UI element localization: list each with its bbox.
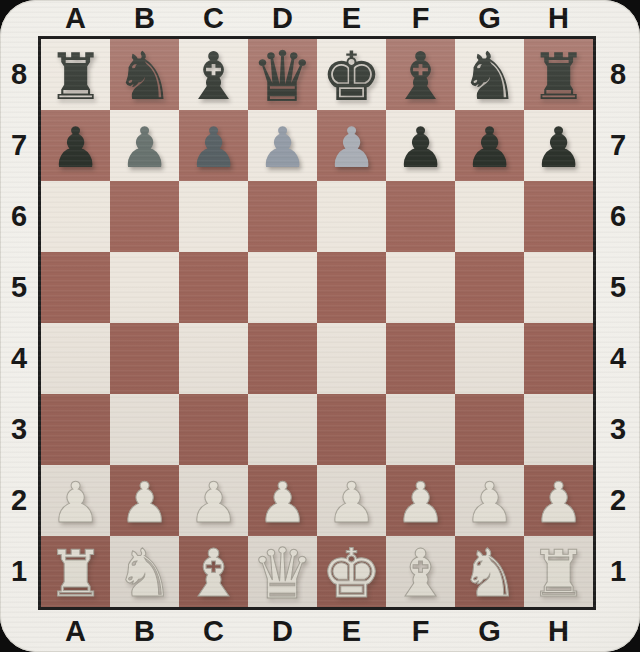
- square-h3[interactable]: [524, 394, 593, 465]
- black-rook-a8: ♜: [47, 45, 104, 109]
- square-a6[interactable]: [41, 181, 110, 252]
- square-f8[interactable]: ♝: [386, 39, 455, 110]
- square-a2[interactable]: ♟: [41, 465, 110, 536]
- black-pawn-f7: ♟: [395, 120, 445, 176]
- white-queen-d1: ♛: [251, 539, 314, 609]
- white-pawn-f2: ♟: [395, 475, 445, 531]
- square-d5[interactable]: [248, 252, 317, 323]
- chessboard-photo: ABCDEFGH ABCDEFGH 87654321 87654321 ♜♞♝♛…: [0, 0, 640, 652]
- square-b8[interactable]: ♞: [110, 39, 179, 110]
- square-e2[interactable]: ♟: [317, 465, 386, 536]
- square-d1[interactable]: ♛: [248, 536, 317, 607]
- square-g7[interactable]: ♟: [455, 110, 524, 181]
- square-f6[interactable]: [386, 181, 455, 252]
- file-label-bottom-h: H: [524, 610, 593, 652]
- square-e7[interactable]: ♟: [317, 110, 386, 181]
- black-pawn-c7: ♟: [188, 120, 238, 176]
- square-b6[interactable]: [110, 181, 179, 252]
- rank-label-left-4: 4: [0, 323, 38, 394]
- black-rook-h8: ♜: [530, 45, 587, 109]
- square-a8[interactable]: ♜: [41, 39, 110, 110]
- square-a4[interactable]: [41, 323, 110, 394]
- square-d8[interactable]: ♛: [248, 39, 317, 110]
- rank-label-left-6: 6: [0, 181, 38, 252]
- file-label-top-b: B: [110, 0, 179, 36]
- white-pawn-h2: ♟: [533, 475, 583, 531]
- white-pawn-e2: ♟: [326, 475, 376, 531]
- rank-label-right-5: 5: [596, 252, 640, 323]
- square-h1[interactable]: ♜: [524, 536, 593, 607]
- black-pawn-b7: ♟: [119, 120, 169, 176]
- white-pawn-a2: ♟: [50, 475, 100, 531]
- rank-label-right-2: 2: [596, 465, 640, 536]
- square-e3[interactable]: [317, 394, 386, 465]
- rank-label-right-7: 7: [596, 110, 640, 181]
- square-a1[interactable]: ♜: [41, 536, 110, 607]
- square-f3[interactable]: [386, 394, 455, 465]
- square-h2[interactable]: ♟: [524, 465, 593, 536]
- file-label-top-g: G: [455, 0, 524, 36]
- file-label-bottom-g: G: [455, 610, 524, 652]
- square-c5[interactable]: [179, 252, 248, 323]
- square-g1[interactable]: ♞: [455, 536, 524, 607]
- black-knight-b8: ♞: [115, 44, 174, 110]
- square-c8[interactable]: ♝: [179, 39, 248, 110]
- file-label-top-f: F: [386, 0, 455, 36]
- square-c6[interactable]: [179, 181, 248, 252]
- white-pawn-b2: ♟: [119, 475, 169, 531]
- square-h4[interactable]: [524, 323, 593, 394]
- rank-label-right-8: 8: [596, 39, 640, 110]
- square-b1[interactable]: ♞: [110, 536, 179, 607]
- square-d4[interactable]: [248, 323, 317, 394]
- square-e1[interactable]: ♚: [317, 536, 386, 607]
- rank-label-right-3: 3: [596, 394, 640, 465]
- rank-label-left-5: 5: [0, 252, 38, 323]
- square-b7[interactable]: ♟: [110, 110, 179, 181]
- square-b5[interactable]: [110, 252, 179, 323]
- white-rook-a1: ♜: [47, 542, 104, 606]
- square-c1[interactable]: ♝: [179, 536, 248, 607]
- file-label-top-d: D: [248, 0, 317, 36]
- square-h8[interactable]: ♜: [524, 39, 593, 110]
- file-label-bottom-d: D: [248, 610, 317, 652]
- square-e6[interactable]: [317, 181, 386, 252]
- black-knight-g8: ♞: [460, 44, 519, 110]
- square-e4[interactable]: [317, 323, 386, 394]
- square-a3[interactable]: [41, 394, 110, 465]
- rank-labels-right: 87654321: [596, 39, 640, 607]
- square-g3[interactable]: [455, 394, 524, 465]
- file-labels-top: ABCDEFGH: [41, 0, 593, 36]
- square-b2[interactable]: ♟: [110, 465, 179, 536]
- board-mat: ABCDEFGH ABCDEFGH 87654321 87654321 ♜♞♝♛…: [0, 0, 640, 652]
- black-pawn-g7: ♟: [464, 120, 514, 176]
- file-label-bottom-e: E: [317, 610, 386, 652]
- black-bishop-c8: ♝: [184, 44, 243, 110]
- square-c2[interactable]: ♟: [179, 465, 248, 536]
- file-label-top-e: E: [317, 0, 386, 36]
- square-d6[interactable]: [248, 181, 317, 252]
- white-king-e1: ♚: [321, 540, 382, 608]
- rank-label-right-6: 6: [596, 181, 640, 252]
- square-c7[interactable]: ♟: [179, 110, 248, 181]
- white-bishop-c1: ♝: [184, 541, 243, 607]
- file-label-bottom-a: A: [41, 610, 110, 652]
- square-a7[interactable]: ♟: [41, 110, 110, 181]
- square-d7[interactable]: ♟: [248, 110, 317, 181]
- square-c3[interactable]: [179, 394, 248, 465]
- black-king-e8: ♚: [321, 43, 382, 111]
- square-g8[interactable]: ♞: [455, 39, 524, 110]
- black-bishop-f8: ♝: [391, 44, 450, 110]
- square-a5[interactable]: [41, 252, 110, 323]
- white-rook-h1: ♜: [530, 542, 587, 606]
- black-queen-d8: ♛: [251, 42, 314, 112]
- square-d3[interactable]: [248, 394, 317, 465]
- square-b3[interactable]: [110, 394, 179, 465]
- white-knight-g1: ♞: [460, 541, 519, 607]
- black-pawn-a7: ♟: [50, 120, 100, 176]
- white-pawn-c2: ♟: [188, 475, 238, 531]
- square-e5[interactable]: [317, 252, 386, 323]
- square-g5[interactable]: [455, 252, 524, 323]
- square-g6[interactable]: [455, 181, 524, 252]
- file-label-bottom-c: C: [179, 610, 248, 652]
- rank-label-left-7: 7: [0, 110, 38, 181]
- black-pawn-h7: ♟: [533, 120, 583, 176]
- rank-label-right-4: 4: [596, 323, 640, 394]
- rank-label-right-1: 1: [596, 536, 640, 607]
- square-h7[interactable]: ♟: [524, 110, 593, 181]
- rank-labels-left: 87654321: [0, 39, 38, 607]
- square-f5[interactable]: [386, 252, 455, 323]
- file-label-top-h: H: [524, 0, 593, 36]
- square-h6[interactable]: [524, 181, 593, 252]
- square-c4[interactable]: [179, 323, 248, 394]
- square-f2[interactable]: ♟: [386, 465, 455, 536]
- rank-label-left-3: 3: [0, 394, 38, 465]
- file-label-bottom-b: B: [110, 610, 179, 652]
- rank-label-left-2: 2: [0, 465, 38, 536]
- chess-board: ♜♞♝♛♚♝♞♜♟♟♟♟♟♟♟♟♟♟♟♟♟♟♟♟♜♞♝♛♚♝♞♜: [38, 36, 596, 610]
- square-f4[interactable]: [386, 323, 455, 394]
- square-f1[interactable]: ♝: [386, 536, 455, 607]
- black-pawn-e7: ♟: [326, 120, 376, 176]
- black-pawn-d7: ♟: [257, 120, 307, 176]
- square-f7[interactable]: ♟: [386, 110, 455, 181]
- white-bishop-f1: ♝: [391, 541, 450, 607]
- rank-label-left-1: 1: [0, 536, 38, 607]
- square-h5[interactable]: [524, 252, 593, 323]
- white-knight-b1: ♞: [115, 541, 174, 607]
- square-g2[interactable]: ♟: [455, 465, 524, 536]
- file-label-top-a: A: [41, 0, 110, 36]
- file-labels-bottom: ABCDEFGH: [41, 610, 593, 652]
- square-g4[interactable]: [455, 323, 524, 394]
- rank-label-left-8: 8: [0, 39, 38, 110]
- file-label-top-c: C: [179, 0, 248, 36]
- white-pawn-g2: ♟: [464, 475, 514, 531]
- square-e8[interactable]: ♚: [317, 39, 386, 110]
- square-b4[interactable]: [110, 323, 179, 394]
- file-label-bottom-f: F: [386, 610, 455, 652]
- white-pawn-d2: ♟: [257, 475, 307, 531]
- square-d2[interactable]: ♟: [248, 465, 317, 536]
